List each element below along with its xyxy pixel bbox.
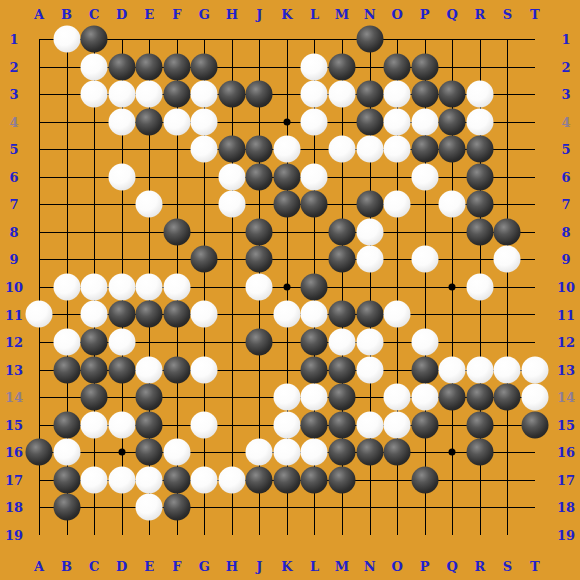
intersection-C8[interactable] — [80, 218, 108, 246]
intersection-D18[interactable] — [108, 494, 136, 522]
intersection-F4[interactable] — [163, 108, 191, 136]
intersection-E13[interactable] — [135, 356, 163, 384]
intersection-Q1[interactable] — [438, 25, 466, 53]
intersection-P14[interactable] — [411, 383, 439, 411]
intersection-J9[interactable] — [246, 246, 274, 274]
intersection-P5[interactable] — [411, 135, 439, 163]
intersection-F13[interactable] — [163, 356, 191, 384]
intersection-L15[interactable] — [301, 411, 329, 439]
intersection-S1[interactable] — [494, 25, 522, 53]
intersection-H18[interactable] — [218, 494, 246, 522]
intersection-R7[interactable] — [466, 191, 494, 219]
intersection-T18[interactable] — [521, 494, 549, 522]
intersection-G1[interactable] — [191, 25, 219, 53]
intersection-L2[interactable] — [301, 53, 329, 81]
intersection-J11[interactable] — [246, 301, 274, 329]
intersection-C4[interactable] — [80, 108, 108, 136]
intersection-A8[interactable] — [25, 218, 53, 246]
intersection-T5[interactable] — [521, 135, 549, 163]
intersection-J5[interactable] — [246, 135, 274, 163]
intersection-G3[interactable] — [191, 80, 219, 108]
intersection-R1[interactable] — [466, 25, 494, 53]
intersection-N9[interactable] — [356, 246, 384, 274]
intersection-Q9[interactable] — [438, 246, 466, 274]
intersection-M16[interactable] — [328, 438, 356, 466]
intersection-M19[interactable] — [328, 521, 356, 549]
intersection-H2[interactable] — [218, 53, 246, 81]
intersection-F17[interactable] — [163, 466, 191, 494]
intersection-T7[interactable] — [521, 191, 549, 219]
intersection-H6[interactable] — [218, 163, 246, 191]
intersection-H16[interactable] — [218, 438, 246, 466]
intersection-A14[interactable] — [25, 383, 53, 411]
intersection-T14[interactable] — [521, 383, 549, 411]
intersection-G17[interactable] — [191, 466, 219, 494]
intersection-M1[interactable] — [328, 25, 356, 53]
intersection-H9[interactable] — [218, 246, 246, 274]
intersection-D17[interactable] — [108, 466, 136, 494]
intersection-P17[interactable] — [411, 466, 439, 494]
intersection-C10[interactable] — [80, 273, 108, 301]
intersection-A7[interactable] — [25, 191, 53, 219]
intersection-D13[interactable] — [108, 356, 136, 384]
intersection-L7[interactable] — [301, 191, 329, 219]
intersection-S15[interactable] — [494, 411, 522, 439]
intersection-A19[interactable] — [25, 521, 53, 549]
intersection-D7[interactable] — [108, 191, 136, 219]
intersection-S3[interactable] — [494, 80, 522, 108]
intersection-Q7[interactable] — [438, 191, 466, 219]
intersection-C15[interactable] — [80, 411, 108, 439]
intersection-D12[interactable] — [108, 328, 136, 356]
intersection-F8[interactable] — [163, 218, 191, 246]
intersection-R10[interactable] — [466, 273, 494, 301]
intersection-T2[interactable] — [521, 53, 549, 81]
intersection-S10[interactable] — [494, 273, 522, 301]
intersection-L3[interactable] — [301, 80, 329, 108]
intersection-K18[interactable] — [273, 494, 301, 522]
intersection-C2[interactable] — [80, 53, 108, 81]
intersection-P15[interactable] — [411, 411, 439, 439]
intersection-B9[interactable] — [53, 246, 81, 274]
intersection-T9[interactable] — [521, 246, 549, 274]
intersection-H3[interactable] — [218, 80, 246, 108]
intersection-J8[interactable] — [246, 218, 274, 246]
intersection-E1[interactable] — [135, 25, 163, 53]
intersection-F7[interactable] — [163, 191, 191, 219]
intersection-J17[interactable] — [246, 466, 274, 494]
intersection-T17[interactable] — [521, 466, 549, 494]
intersection-F16[interactable] — [163, 438, 191, 466]
intersection-O11[interactable] — [383, 301, 411, 329]
intersection-R5[interactable] — [466, 135, 494, 163]
intersection-R14[interactable] — [466, 383, 494, 411]
intersection-P2[interactable] — [411, 53, 439, 81]
intersection-H19[interactable] — [218, 521, 246, 549]
intersection-C7[interactable] — [80, 191, 108, 219]
intersection-M2[interactable] — [328, 53, 356, 81]
intersection-Q18[interactable] — [438, 494, 466, 522]
intersection-N8[interactable] — [356, 218, 384, 246]
intersection-O13[interactable] — [383, 356, 411, 384]
intersection-K19[interactable] — [273, 521, 301, 549]
intersection-O16[interactable] — [383, 438, 411, 466]
intersection-L18[interactable] — [301, 494, 329, 522]
intersection-D10[interactable] — [108, 273, 136, 301]
intersection-K9[interactable] — [273, 246, 301, 274]
intersection-E2[interactable] — [135, 53, 163, 81]
intersection-M18[interactable] — [328, 494, 356, 522]
intersection-D1[interactable] — [108, 25, 136, 53]
intersection-J3[interactable] — [246, 80, 274, 108]
intersection-G13[interactable] — [191, 356, 219, 384]
intersection-E14[interactable] — [135, 383, 163, 411]
intersection-C12[interactable] — [80, 328, 108, 356]
intersection-H11[interactable] — [218, 301, 246, 329]
intersection-Q2[interactable] — [438, 53, 466, 81]
intersection-N1[interactable] — [356, 25, 384, 53]
intersection-A15[interactable] — [25, 411, 53, 439]
intersection-P3[interactable] — [411, 80, 439, 108]
intersection-E8[interactable] — [135, 218, 163, 246]
intersection-S17[interactable] — [494, 466, 522, 494]
intersection-O6[interactable] — [383, 163, 411, 191]
intersection-C16[interactable] — [80, 438, 108, 466]
intersection-Q14[interactable] — [438, 383, 466, 411]
intersection-E12[interactable] — [135, 328, 163, 356]
intersection-R9[interactable] — [466, 246, 494, 274]
intersection-O15[interactable] — [383, 411, 411, 439]
intersection-B18[interactable] — [53, 494, 81, 522]
intersection-A4[interactable] — [25, 108, 53, 136]
intersection-F18[interactable] — [163, 494, 191, 522]
intersection-K6[interactable] — [273, 163, 301, 191]
intersection-H17[interactable] — [218, 466, 246, 494]
intersection-L6[interactable] — [301, 163, 329, 191]
intersection-C1[interactable] — [80, 25, 108, 53]
intersection-T10[interactable] — [521, 273, 549, 301]
intersection-M7[interactable] — [328, 191, 356, 219]
intersection-Q16[interactable] — [438, 438, 466, 466]
intersection-Q19[interactable] — [438, 521, 466, 549]
intersection-A6[interactable] — [25, 163, 53, 191]
intersection-O7[interactable] — [383, 191, 411, 219]
intersection-E7[interactable] — [135, 191, 163, 219]
intersection-G9[interactable] — [191, 246, 219, 274]
intersection-E18[interactable] — [135, 494, 163, 522]
intersection-D3[interactable] — [108, 80, 136, 108]
intersection-H10[interactable] — [218, 273, 246, 301]
intersection-K7[interactable] — [273, 191, 301, 219]
intersection-G10[interactable] — [191, 273, 219, 301]
intersection-S13[interactable] — [494, 356, 522, 384]
intersection-O1[interactable] — [383, 25, 411, 53]
intersection-K8[interactable] — [273, 218, 301, 246]
intersection-E9[interactable] — [135, 246, 163, 274]
intersection-O14[interactable] — [383, 383, 411, 411]
intersection-M5[interactable] — [328, 135, 356, 163]
intersection-N10[interactable] — [356, 273, 384, 301]
intersection-D5[interactable] — [108, 135, 136, 163]
intersection-P4[interactable] — [411, 108, 439, 136]
intersection-R17[interactable] — [466, 466, 494, 494]
intersection-N7[interactable] — [356, 191, 384, 219]
intersection-N16[interactable] — [356, 438, 384, 466]
intersection-P13[interactable] — [411, 356, 439, 384]
intersection-H15[interactable] — [218, 411, 246, 439]
intersection-B6[interactable] — [53, 163, 81, 191]
intersection-N14[interactable] — [356, 383, 384, 411]
intersection-P16[interactable] — [411, 438, 439, 466]
intersection-G2[interactable] — [191, 53, 219, 81]
intersection-F5[interactable] — [163, 135, 191, 163]
intersection-J19[interactable] — [246, 521, 274, 549]
intersection-P19[interactable] — [411, 521, 439, 549]
intersection-M8[interactable] — [328, 218, 356, 246]
intersection-H12[interactable] — [218, 328, 246, 356]
intersection-G16[interactable] — [191, 438, 219, 466]
intersection-B11[interactable] — [53, 301, 81, 329]
intersection-N2[interactable] — [356, 53, 384, 81]
intersection-B5[interactable] — [53, 135, 81, 163]
intersection-R12[interactable] — [466, 328, 494, 356]
intersection-F12[interactable] — [163, 328, 191, 356]
intersection-B15[interactable] — [53, 411, 81, 439]
intersection-K10[interactable] — [273, 273, 301, 301]
intersection-A16[interactable] — [25, 438, 53, 466]
intersection-P18[interactable] — [411, 494, 439, 522]
intersection-N11[interactable] — [356, 301, 384, 329]
intersection-J15[interactable] — [246, 411, 274, 439]
intersection-N15[interactable] — [356, 411, 384, 439]
intersection-L19[interactable] — [301, 521, 329, 549]
intersection-B12[interactable] — [53, 328, 81, 356]
intersection-S14[interactable] — [494, 383, 522, 411]
intersection-C9[interactable] — [80, 246, 108, 274]
intersection-O4[interactable] — [383, 108, 411, 136]
intersection-P12[interactable] — [411, 328, 439, 356]
intersection-R6[interactable] — [466, 163, 494, 191]
intersection-A18[interactable] — [25, 494, 53, 522]
intersection-B3[interactable] — [53, 80, 81, 108]
intersection-O12[interactable] — [383, 328, 411, 356]
intersection-Q8[interactable] — [438, 218, 466, 246]
intersection-F6[interactable] — [163, 163, 191, 191]
intersection-P9[interactable] — [411, 246, 439, 274]
intersection-E10[interactable] — [135, 273, 163, 301]
intersection-S9[interactable] — [494, 246, 522, 274]
intersection-R3[interactable] — [466, 80, 494, 108]
intersection-M12[interactable] — [328, 328, 356, 356]
intersection-J2[interactable] — [246, 53, 274, 81]
intersection-S4[interactable] — [494, 108, 522, 136]
intersection-C19[interactable] — [80, 521, 108, 549]
intersection-S7[interactable] — [494, 191, 522, 219]
intersection-E16[interactable] — [135, 438, 163, 466]
intersection-A13[interactable] — [25, 356, 53, 384]
intersection-R2[interactable] — [466, 53, 494, 81]
intersection-J7[interactable] — [246, 191, 274, 219]
intersection-N4[interactable] — [356, 108, 384, 136]
intersection-D16[interactable] — [108, 438, 136, 466]
intersection-G8[interactable] — [191, 218, 219, 246]
intersection-B17[interactable] — [53, 466, 81, 494]
intersection-C5[interactable] — [80, 135, 108, 163]
intersection-K5[interactable] — [273, 135, 301, 163]
intersection-K13[interactable] — [273, 356, 301, 384]
intersection-Q11[interactable] — [438, 301, 466, 329]
intersection-N19[interactable] — [356, 521, 384, 549]
intersection-C3[interactable] — [80, 80, 108, 108]
intersection-G19[interactable] — [191, 521, 219, 549]
intersection-E3[interactable] — [135, 80, 163, 108]
intersection-P11[interactable] — [411, 301, 439, 329]
intersection-P6[interactable] — [411, 163, 439, 191]
intersection-J18[interactable] — [246, 494, 274, 522]
intersection-R16[interactable] — [466, 438, 494, 466]
intersection-F15[interactable] — [163, 411, 191, 439]
intersection-O2[interactable] — [383, 53, 411, 81]
intersection-D19[interactable] — [108, 521, 136, 549]
intersection-L16[interactable] — [301, 438, 329, 466]
intersection-O3[interactable] — [383, 80, 411, 108]
intersection-A17[interactable] — [25, 466, 53, 494]
intersection-D9[interactable] — [108, 246, 136, 274]
intersection-B7[interactable] — [53, 191, 81, 219]
intersection-H14[interactable] — [218, 383, 246, 411]
intersection-Q13[interactable] — [438, 356, 466, 384]
intersection-L17[interactable] — [301, 466, 329, 494]
intersection-K14[interactable] — [273, 383, 301, 411]
intersection-L13[interactable] — [301, 356, 329, 384]
intersection-O9[interactable] — [383, 246, 411, 274]
intersection-O10[interactable] — [383, 273, 411, 301]
intersection-F1[interactable] — [163, 25, 191, 53]
intersection-G6[interactable] — [191, 163, 219, 191]
intersection-D4[interactable] — [108, 108, 136, 136]
intersection-S19[interactable] — [494, 521, 522, 549]
intersection-O5[interactable] — [383, 135, 411, 163]
intersection-T3[interactable] — [521, 80, 549, 108]
intersection-D6[interactable] — [108, 163, 136, 191]
intersection-S5[interactable] — [494, 135, 522, 163]
intersection-T16[interactable] — [521, 438, 549, 466]
intersection-O19[interactable] — [383, 521, 411, 549]
intersection-L9[interactable] — [301, 246, 329, 274]
intersection-Q3[interactable] — [438, 80, 466, 108]
intersection-C13[interactable] — [80, 356, 108, 384]
intersection-R11[interactable] — [466, 301, 494, 329]
intersection-E11[interactable] — [135, 301, 163, 329]
intersection-N13[interactable] — [356, 356, 384, 384]
intersection-Q17[interactable] — [438, 466, 466, 494]
intersection-L4[interactable] — [301, 108, 329, 136]
intersection-B4[interactable] — [53, 108, 81, 136]
intersection-E15[interactable] — [135, 411, 163, 439]
intersection-S16[interactable] — [494, 438, 522, 466]
intersection-B8[interactable] — [53, 218, 81, 246]
intersection-T1[interactable] — [521, 25, 549, 53]
intersection-R19[interactable] — [466, 521, 494, 549]
intersection-D2[interactable] — [108, 53, 136, 81]
intersection-K1[interactable] — [273, 25, 301, 53]
intersection-R15[interactable] — [466, 411, 494, 439]
intersection-F14[interactable] — [163, 383, 191, 411]
intersection-S6[interactable] — [494, 163, 522, 191]
intersection-L11[interactable] — [301, 301, 329, 329]
intersection-B16[interactable] — [53, 438, 81, 466]
intersection-L1[interactable] — [301, 25, 329, 53]
intersection-G11[interactable] — [191, 301, 219, 329]
intersection-C17[interactable] — [80, 466, 108, 494]
intersection-Q4[interactable] — [438, 108, 466, 136]
intersection-R4[interactable] — [466, 108, 494, 136]
intersection-N12[interactable] — [356, 328, 384, 356]
intersection-O18[interactable] — [383, 494, 411, 522]
intersection-D14[interactable] — [108, 383, 136, 411]
intersection-K15[interactable] — [273, 411, 301, 439]
intersection-B19[interactable] — [53, 521, 81, 549]
intersection-M11[interactable] — [328, 301, 356, 329]
intersection-R18[interactable] — [466, 494, 494, 522]
intersection-G15[interactable] — [191, 411, 219, 439]
intersection-T6[interactable] — [521, 163, 549, 191]
intersection-A1[interactable] — [25, 25, 53, 53]
intersection-M17[interactable] — [328, 466, 356, 494]
intersection-K11[interactable] — [273, 301, 301, 329]
intersection-E6[interactable] — [135, 163, 163, 191]
intersection-N6[interactable] — [356, 163, 384, 191]
intersection-T4[interactable] — [521, 108, 549, 136]
intersection-Q12[interactable] — [438, 328, 466, 356]
intersection-B13[interactable] — [53, 356, 81, 384]
intersection-J16[interactable] — [246, 438, 274, 466]
intersection-D15[interactable] — [108, 411, 136, 439]
intersection-L12[interactable] — [301, 328, 329, 356]
intersection-O8[interactable] — [383, 218, 411, 246]
intersection-H5[interactable] — [218, 135, 246, 163]
intersection-K17[interactable] — [273, 466, 301, 494]
intersection-N17[interactable] — [356, 466, 384, 494]
intersection-B2[interactable] — [53, 53, 81, 81]
intersection-Q6[interactable] — [438, 163, 466, 191]
intersection-J14[interactable] — [246, 383, 274, 411]
intersection-K16[interactable] — [273, 438, 301, 466]
intersection-H4[interactable] — [218, 108, 246, 136]
intersection-T12[interactable] — [521, 328, 549, 356]
intersection-M3[interactable] — [328, 80, 356, 108]
intersection-S18[interactable] — [494, 494, 522, 522]
intersection-M4[interactable] — [328, 108, 356, 136]
intersection-S8[interactable] — [494, 218, 522, 246]
intersection-G12[interactable] — [191, 328, 219, 356]
intersection-B10[interactable] — [53, 273, 81, 301]
intersection-Q15[interactable] — [438, 411, 466, 439]
intersection-A2[interactable] — [25, 53, 53, 81]
intersection-F3[interactable] — [163, 80, 191, 108]
intersection-Q10[interactable] — [438, 273, 466, 301]
intersection-F9[interactable] — [163, 246, 191, 274]
intersection-F11[interactable] — [163, 301, 191, 329]
intersection-J4[interactable] — [246, 108, 274, 136]
intersection-M10[interactable] — [328, 273, 356, 301]
intersection-A12[interactable] — [25, 328, 53, 356]
intersection-J13[interactable] — [246, 356, 274, 384]
intersection-F10[interactable] — [163, 273, 191, 301]
intersection-O17[interactable] — [383, 466, 411, 494]
intersection-P10[interactable] — [411, 273, 439, 301]
intersection-A3[interactable] — [25, 80, 53, 108]
